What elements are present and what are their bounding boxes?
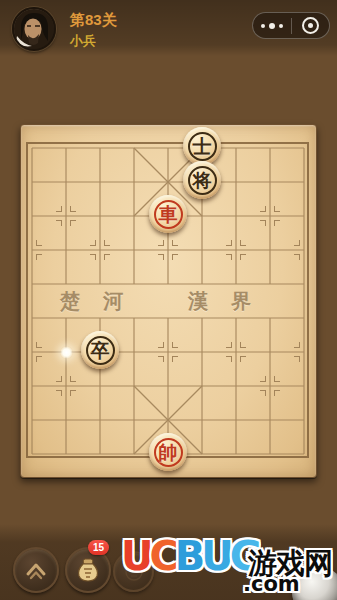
rank-label: 小兵 [70,32,96,50]
point-marker [226,240,232,246]
point-marker [226,254,232,260]
piece-red-帥[interactable]: 帥 [149,433,187,471]
point-marker [172,240,178,246]
point-marker [158,254,164,260]
point-marker [56,220,62,226]
avatar-face-icon [14,9,54,49]
river-label-right: 漢 界 [188,288,260,315]
point-marker [260,390,266,396]
app-screen: 第83关 小兵 楚 河 漢 界 士将車卒帥 [0,0,337,600]
exit-button[interactable] [292,13,330,38]
point-marker [158,240,164,246]
xiangqi-board[interactable]: 楚 河 漢 界 士将車卒帥 [20,124,317,478]
point-marker [70,390,76,396]
point-marker [70,220,76,226]
point-marker [226,342,232,348]
point-marker [172,356,178,362]
point-marker [90,240,96,246]
move-hint-dot[interactable] [60,346,73,359]
target-circle-icon [302,17,319,34]
collapse-button[interactable] [13,547,59,593]
dim-glyph-icon [123,561,145,583]
point-marker [240,254,246,260]
more-options-button[interactable] [253,13,291,38]
obscured-action-button[interactable] [113,551,154,592]
point-marker [240,240,246,246]
point-marker [158,342,164,348]
point-marker [172,342,178,348]
point-marker [260,206,266,212]
point-marker [56,390,62,396]
hint-count-badge: 15 [88,540,109,555]
piece-red-車[interactable]: 車 [149,195,187,233]
level-label: 第83关 [70,11,117,30]
point-marker [36,342,42,348]
point-marker [36,254,42,260]
piece-black-士[interactable]: 士 [183,127,221,165]
miniprogram-capsule [252,12,330,39]
point-marker [260,376,266,382]
point-marker [158,356,164,362]
point-marker [294,342,300,348]
point-marker [36,240,42,246]
point-marker [294,240,300,246]
point-marker [260,220,266,226]
point-marker [104,254,110,260]
board-grid: 楚 河 漢 界 士将車卒帥 [32,148,304,454]
point-marker [70,206,76,212]
more-options-icon [261,24,265,28]
point-marker [172,254,178,260]
point-marker [104,240,110,246]
point-marker [226,356,232,362]
point-marker [274,220,280,226]
point-marker [294,254,300,260]
point-marker [36,356,42,362]
point-marker [274,376,280,382]
point-marker [70,376,76,382]
chevron-up-icon [23,557,49,583]
header-bar: 第83关 小兵 [0,0,337,56]
money-bag-icon [74,556,102,584]
piece-black-卒[interactable]: 卒 [81,331,119,369]
river-label-left: 楚 河 [60,288,132,315]
point-marker [56,206,62,212]
point-marker [56,376,62,382]
point-marker [240,342,246,348]
gold-count: 40 [241,560,254,574]
point-marker [240,356,246,362]
piece-black-将[interactable]: 将 [183,161,221,199]
point-marker [294,356,300,362]
point-marker [274,206,280,212]
player-avatar[interactable] [12,7,56,51]
point-marker [274,390,280,396]
point-marker [90,254,96,260]
